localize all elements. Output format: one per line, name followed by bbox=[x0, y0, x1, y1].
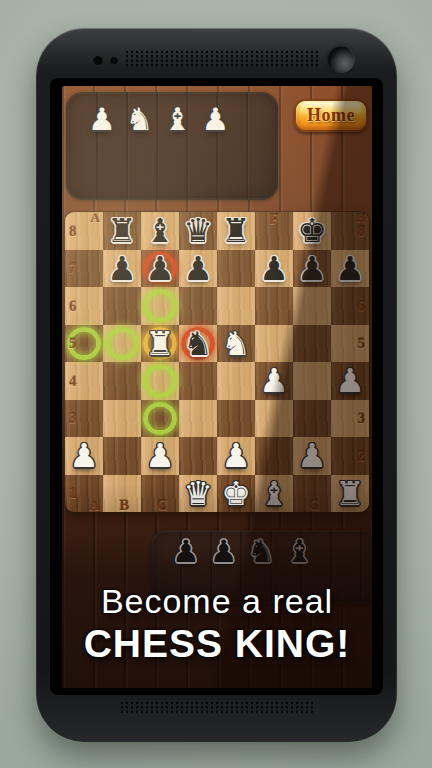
square-d3[interactable] bbox=[179, 400, 217, 438]
square-b8[interactable]: ♜ bbox=[103, 212, 141, 250]
square-h3[interactable]: 3 bbox=[331, 400, 369, 438]
square-e1[interactable]: ♚ bbox=[217, 475, 255, 513]
front-camera bbox=[327, 45, 355, 73]
square-a2[interactable]: ♟ bbox=[65, 437, 103, 475]
coord-label-h8: H bbox=[356, 212, 366, 226]
coord-label-g1: G bbox=[308, 497, 320, 512]
square-d8[interactable]: ♛ bbox=[179, 212, 217, 250]
square-h7[interactable]: ♟ bbox=[331, 250, 369, 288]
coord-label-a8: A bbox=[91, 212, 100, 226]
square-g3[interactable] bbox=[293, 400, 331, 438]
square-g4[interactable] bbox=[293, 362, 331, 400]
square-h5[interactable]: 5 bbox=[331, 325, 369, 363]
piece-black-rook[interactable]: ♜ bbox=[221, 214, 251, 247]
proximity-sensor-dot bbox=[93, 55, 103, 65]
square-a3[interactable]: 3 bbox=[65, 400, 103, 438]
coord-label-h3: 3 bbox=[358, 410, 366, 427]
coord-label-a1: 1 bbox=[69, 485, 77, 502]
square-e7[interactable] bbox=[217, 250, 255, 288]
top-speaker-grille bbox=[125, 50, 321, 67]
square-f1[interactable]: ♝ bbox=[255, 475, 293, 513]
square-g7[interactable]: ♟ bbox=[293, 250, 331, 288]
highlight-move-ring bbox=[143, 402, 177, 436]
piece-black-bishop[interactable]: ♝ bbox=[145, 214, 175, 247]
piece-white-pawn[interactable]: ♟ bbox=[335, 364, 365, 397]
coord-label-c1: C bbox=[157, 497, 168, 512]
captured-white-pawn: ♟ bbox=[88, 104, 116, 135]
coord-label-h6: 6 bbox=[358, 297, 366, 314]
piece-black-pawn[interactable]: ♟ bbox=[297, 252, 327, 285]
square-f3[interactable] bbox=[255, 400, 293, 438]
square-f8[interactable]: F bbox=[255, 212, 293, 250]
piece-black-king[interactable]: ♚ bbox=[297, 214, 327, 247]
page-background: { "game": "chess", "position": "1rbqr1k1… bbox=[0, 0, 432, 768]
square-c2[interactable]: ♟ bbox=[141, 437, 179, 475]
piece-white-pawn[interactable]: ♟ bbox=[297, 439, 327, 472]
coord-label-a7: 7 bbox=[69, 260, 77, 277]
square-d6[interactable] bbox=[179, 287, 217, 325]
square-b5[interactable] bbox=[103, 325, 141, 363]
slogan-line-2: CHESS KING! bbox=[62, 621, 372, 666]
phone-frame: ♟♞♝♟ Home 8A♜♝♛♜F♚H87♟♟♟♟♟♟665♜♞♞54♟♟33♟… bbox=[36, 28, 397, 742]
piece-white-queen[interactable]: ♛ bbox=[183, 477, 213, 510]
promo-slogan: Become a real CHESS KING! bbox=[62, 581, 372, 666]
piece-white-knight[interactable]: ♞ bbox=[221, 327, 251, 360]
square-d4[interactable] bbox=[179, 362, 217, 400]
piece-white-rook[interactable]: ♜ bbox=[145, 327, 175, 360]
square-b6[interactable] bbox=[103, 287, 141, 325]
square-h8[interactable]: H8 bbox=[331, 212, 369, 250]
square-f7[interactable]: ♟ bbox=[255, 250, 293, 288]
slogan-line-1: Become a real bbox=[62, 581, 372, 621]
square-c7[interactable]: ♟ bbox=[141, 250, 179, 288]
square-d5[interactable]: ♞ bbox=[179, 325, 217, 363]
square-d2[interactable] bbox=[179, 437, 217, 475]
captured-black-pawn: ♟ bbox=[210, 536, 238, 567]
coord-label-h8: 8 bbox=[358, 222, 366, 239]
coord-label-a6: 6 bbox=[69, 297, 77, 314]
highlight-move-ring bbox=[143, 364, 177, 398]
piece-white-rook[interactable]: ♜ bbox=[335, 477, 365, 510]
piece-white-king[interactable]: ♚ bbox=[221, 477, 251, 510]
piece-white-pawn[interactable]: ♟ bbox=[221, 439, 251, 472]
square-g2[interactable]: ♟ bbox=[293, 437, 331, 475]
captured-white-pieces: ♟♞♝♟ bbox=[66, 92, 278, 135]
piece-black-pawn[interactable]: ♟ bbox=[107, 252, 137, 285]
square-c6[interactable] bbox=[141, 287, 179, 325]
square-g5[interactable] bbox=[293, 325, 331, 363]
square-a1[interactable]: 1A bbox=[65, 475, 103, 513]
coord-label-h2: 2 bbox=[358, 447, 366, 464]
square-a6[interactable]: 6 bbox=[65, 287, 103, 325]
square-h1[interactable]: ♜ bbox=[331, 475, 369, 513]
captured-white-bishop: ♝ bbox=[164, 104, 192, 135]
square-b1[interactable]: B bbox=[103, 475, 141, 513]
square-c1[interactable]: C bbox=[141, 475, 179, 513]
square-b3[interactable] bbox=[103, 400, 141, 438]
piece-black-queen[interactable]: ♛ bbox=[183, 214, 213, 247]
piece-black-pawn[interactable]: ♟ bbox=[259, 252, 289, 285]
square-b7[interactable]: ♟ bbox=[103, 250, 141, 288]
square-g1[interactable]: G bbox=[293, 475, 331, 513]
coord-label-a8: 8 bbox=[69, 222, 77, 239]
square-g6[interactable] bbox=[293, 287, 331, 325]
square-g8[interactable]: ♚ bbox=[293, 212, 331, 250]
square-f6[interactable] bbox=[255, 287, 293, 325]
square-a4[interactable]: 4 bbox=[65, 362, 103, 400]
home-button[interactable]: Home bbox=[294, 99, 368, 132]
piece-black-pawn[interactable]: ♟ bbox=[183, 252, 213, 285]
square-c8[interactable]: ♝ bbox=[141, 212, 179, 250]
square-e4[interactable] bbox=[217, 362, 255, 400]
square-e2[interactable]: ♟ bbox=[217, 437, 255, 475]
coord-label-a4: 4 bbox=[69, 372, 77, 389]
square-c4[interactable] bbox=[141, 362, 179, 400]
piece-black-knight[interactable]: ♞ bbox=[183, 327, 213, 360]
light-sensor-dot bbox=[110, 56, 118, 64]
piece-white-bishop[interactable]: ♝ bbox=[259, 477, 289, 510]
square-h2[interactable]: 2 bbox=[331, 437, 369, 475]
square-e8[interactable]: ♜ bbox=[217, 212, 255, 250]
piece-black-rook[interactable]: ♜ bbox=[107, 214, 137, 247]
highlight-move-ring bbox=[105, 327, 139, 361]
square-a7[interactable]: 7 bbox=[65, 250, 103, 288]
captured-white-knight: ♞ bbox=[126, 104, 154, 135]
bottom-speaker-grille bbox=[120, 701, 315, 714]
chess-board[interactable]: 8A♜♝♛♜F♚H87♟♟♟♟♟♟665♜♞♞54♟♟33♟♟♟♟21ABC♛♚… bbox=[65, 212, 369, 512]
home-button-label: Home bbox=[307, 105, 355, 126]
square-f5[interactable] bbox=[255, 325, 293, 363]
square-f4[interactable]: ♟ bbox=[255, 362, 293, 400]
chess-app-screen: ♟♞♝♟ Home 8A♜♝♛♜F♚H87♟♟♟♟♟♟665♜♞♞54♟♟33♟… bbox=[62, 86, 372, 688]
captured-black-pieces: ♟♟♞♝ bbox=[150, 530, 372, 567]
coord-label-f8: F bbox=[269, 212, 278, 228]
coord-label-a3: 3 bbox=[69, 410, 77, 427]
piece-white-pawn[interactable]: ♟ bbox=[69, 439, 99, 472]
piece-white-pawn[interactable]: ♟ bbox=[259, 364, 289, 397]
square-d7[interactable]: ♟ bbox=[179, 250, 217, 288]
captured-black-bishop: ♝ bbox=[285, 536, 313, 567]
square-e3[interactable] bbox=[217, 400, 255, 438]
square-d1[interactable]: ♛ bbox=[179, 475, 217, 513]
square-a5[interactable]: 5 bbox=[65, 325, 103, 363]
coord-label-h5: 5 bbox=[358, 335, 366, 352]
square-e5[interactable]: ♞ bbox=[217, 325, 255, 363]
square-h4[interactable]: ♟ bbox=[331, 362, 369, 400]
square-f2[interactable] bbox=[255, 437, 293, 475]
square-a8[interactable]: 8A bbox=[65, 212, 103, 250]
coord-label-b1: B bbox=[119, 497, 129, 512]
captured-black-pawn: ♟ bbox=[172, 536, 200, 567]
square-c3[interactable] bbox=[141, 400, 179, 438]
square-e6[interactable] bbox=[217, 287, 255, 325]
square-h6[interactable]: 6 bbox=[331, 287, 369, 325]
piece-black-pawn[interactable]: ♟ bbox=[145, 252, 175, 285]
captured-black-knight: ♞ bbox=[248, 536, 276, 567]
captured-white-pawn: ♟ bbox=[201, 104, 229, 135]
captured-white-tray: ♟♞♝♟ bbox=[66, 92, 278, 200]
piece-white-pawn[interactable]: ♟ bbox=[145, 439, 175, 472]
coord-label-a5: 5 bbox=[69, 335, 77, 352]
piece-black-pawn[interactable]: ♟ bbox=[335, 252, 365, 285]
highlight-move-ring bbox=[143, 289, 177, 323]
coord-label-a1: A bbox=[90, 498, 99, 512]
square-c5[interactable]: ♜ bbox=[141, 325, 179, 363]
highlight-move-ring bbox=[67, 327, 101, 361]
square-b4[interactable] bbox=[103, 362, 141, 400]
square-b2[interactable] bbox=[103, 437, 141, 475]
